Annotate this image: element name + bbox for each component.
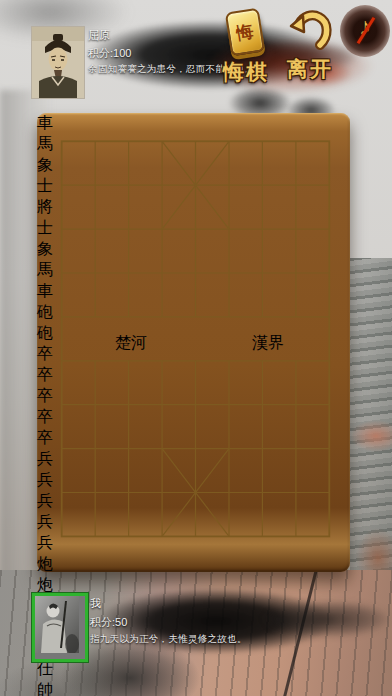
piece-red-帥[interactable]: 帥 — [37, 680, 350, 696]
game-screen: 屈原 积分:100 余固知謇謇之为患兮，忍而不能舍也。 悔 悔棋 离开 ♪ — [0, 0, 392, 696]
my-score: 积分:50 — [90, 615, 127, 630]
leave-button-label: 离开 — [282, 55, 338, 83]
undo-button[interactable]: 悔 悔棋 — [217, 10, 275, 86]
piece-red-仕[interactable]: 仕 — [37, 659, 350, 680]
xiangqi-board: 楚河 漢界 車馬象士將士象馬車砲砲卒卒卒卒卒兵兵兵兵兵炮炮車馬相仕帥仕相馬車 — [37, 113, 350, 572]
opponent-name: 屈原 — [88, 28, 110, 43]
mute-button[interactable]: ♪ — [340, 5, 390, 57]
river-label-left: 楚河 — [115, 334, 147, 351]
river-label-right: 漢界 — [252, 334, 284, 351]
undo-tile-char: 悔 — [235, 19, 255, 44]
opponent-avatar — [31, 26, 85, 99]
board-grid: 楚河 漢界 — [47, 123, 340, 562]
piece-char: 帥 — [37, 681, 53, 696]
my-avatar — [32, 593, 88, 662]
ink-painting-right-strip — [350, 258, 392, 580]
board-surface[interactable]: 楚河 漢界 — [47, 123, 340, 562]
back-arrow-icon — [289, 8, 333, 54]
piece-char: 仕 — [37, 660, 53, 677]
piece-char: 炮 — [37, 576, 53, 593]
undo-button-label: 悔棋 — [217, 58, 275, 86]
my-name: 我 — [90, 596, 101, 611]
leave-button[interactable]: 离开 — [282, 8, 338, 83]
opponent-portrait — [32, 27, 84, 98]
my-quote: 指九天以为正兮，夫惟灵修之故也。 — [90, 633, 247, 646]
music-note-icon: ♪ — [340, 12, 390, 41]
undo-tile-icon: 悔 — [225, 8, 265, 57]
opponent-score: 积分:100 — [88, 46, 131, 61]
my-portrait — [35, 596, 79, 653]
